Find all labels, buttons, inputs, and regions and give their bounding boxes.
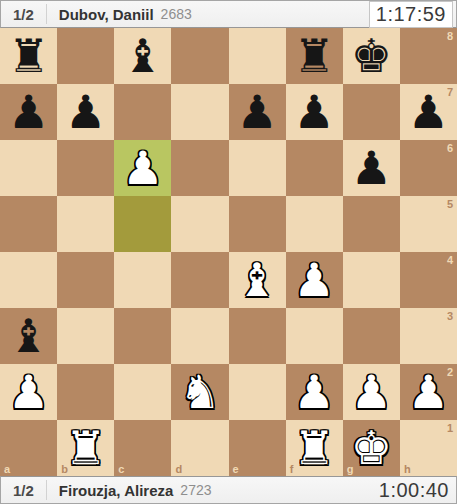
rank-label-1: 1 [447,422,453,434]
square-c4[interactable] [114,252,171,308]
square-a2[interactable]: ♟ [0,364,57,420]
square-h5[interactable]: 5 [400,196,457,252]
piece-black-rook[interactable]: ♜ [286,28,343,84]
piece-black-pawn[interactable]: ♟ [229,84,286,140]
square-h3[interactable]: 3 [400,308,457,364]
bar-divider [46,480,47,500]
piece-black-pawn[interactable]: ♟ [57,84,114,140]
square-g1[interactable]: ♚g [343,420,400,476]
bar-divider [46,4,47,24]
square-c6[interactable]: ♟ [114,140,171,196]
square-b7[interactable]: ♟ [57,84,114,140]
square-e5[interactable] [229,196,286,252]
piece-white-rook[interactable]: ♜ [286,420,343,476]
square-g7[interactable] [343,84,400,140]
player-name-top: Dubov, Daniil [59,6,154,23]
square-f6[interactable] [286,140,343,196]
piece-black-pawn[interactable]: ♟ [400,84,457,140]
square-h7[interactable]: ♟7 [400,84,457,140]
piece-black-king[interactable]: ♚ [343,28,400,84]
clock-top: 1:17:59 [369,1,453,28]
square-d8[interactable] [171,28,228,84]
square-c2[interactable] [114,364,171,420]
piece-white-bishop[interactable]: ♝ [229,252,286,308]
square-a7[interactable]: ♟ [0,84,57,140]
square-b4[interactable] [57,252,114,308]
piece-white-king[interactable]: ♚ [343,420,400,476]
file-label-c: c [118,463,124,475]
square-g4[interactable] [343,252,400,308]
chess-game-widget: 1/2 Dubov, Daniil 2683 1:17:59 ♜♝♜♚8♟♟♟♟… [0,0,457,504]
square-c3[interactable] [114,308,171,364]
player-bar-top: 1/2 Dubov, Daniil 2683 1:17:59 [0,0,457,28]
square-b5[interactable] [57,196,114,252]
square-f1[interactable]: ♜f [286,420,343,476]
square-a3[interactable]: ♝ [0,308,57,364]
square-b3[interactable] [57,308,114,364]
square-e2[interactable] [229,364,286,420]
square-h1[interactable]: 1h [400,420,457,476]
file-label-h: h [404,463,411,475]
square-g2[interactable]: ♟ [343,364,400,420]
square-a1[interactable]: a [0,420,57,476]
chess-board[interactable]: ♜♝♜♚8♟♟♟♟♟7♟♟65♝♟4♝3♟♞♟♟♟2a♜bcde♜f♚g1h [0,28,457,476]
square-f4[interactable]: ♟ [286,252,343,308]
square-f2[interactable]: ♟ [286,364,343,420]
square-h6[interactable]: 6 [400,140,457,196]
square-f3[interactable] [286,308,343,364]
square-d1[interactable]: d [171,420,228,476]
piece-white-rook[interactable]: ♜ [57,420,114,476]
square-d4[interactable] [171,252,228,308]
player-bar-bottom: 1/2 Firouzja, Alireza 2723 1:00:40 [0,476,457,504]
square-g6[interactable]: ♟ [343,140,400,196]
square-b2[interactable] [57,364,114,420]
square-g3[interactable] [343,308,400,364]
piece-white-pawn[interactable]: ♟ [0,364,57,420]
piece-white-knight[interactable]: ♞ [171,364,228,420]
square-a4[interactable] [0,252,57,308]
square-f8[interactable]: ♜ [286,28,343,84]
square-h8[interactable]: 8 [400,28,457,84]
player-rating-bottom: 2723 [180,482,211,498]
square-g8[interactable]: ♚ [343,28,400,84]
square-f7[interactable]: ♟ [286,84,343,140]
square-a6[interactable] [0,140,57,196]
square-d2[interactable]: ♞ [171,364,228,420]
square-c5[interactable] [114,196,171,252]
square-a5[interactable] [0,196,57,252]
square-b8[interactable] [57,28,114,84]
piece-white-pawn[interactable]: ♟ [114,140,171,196]
game-result-top: 1/2 [1,6,46,23]
player-name-bottom: Firouzja, Alireza [59,482,173,499]
square-d5[interactable] [171,196,228,252]
square-a8[interactable]: ♜ [0,28,57,84]
square-d7[interactable] [171,84,228,140]
rank-label-4: 4 [447,254,453,266]
piece-white-pawn[interactable]: ♟ [286,252,343,308]
square-b6[interactable] [57,140,114,196]
piece-black-bishop[interactable]: ♝ [114,28,171,84]
square-b1[interactable]: ♜b [57,420,114,476]
piece-white-pawn[interactable]: ♟ [343,364,400,420]
piece-white-pawn[interactable]: ♟ [400,364,457,420]
square-e6[interactable] [229,140,286,196]
square-f5[interactable] [286,196,343,252]
square-c1[interactable]: c [114,420,171,476]
square-e8[interactable] [229,28,286,84]
square-g5[interactable] [343,196,400,252]
rank-label-6: 6 [447,142,453,154]
player-rating-top: 2683 [161,6,192,22]
game-result-bottom: 1/2 [1,482,46,499]
file-label-a: a [4,463,10,475]
clock-bottom: 1:00:40 [372,479,456,502]
file-label-d: d [175,463,182,475]
rank-label-8: 8 [447,30,453,42]
square-e4[interactable]: ♝ [229,252,286,308]
square-h4[interactable]: 4 [400,252,457,308]
piece-white-pawn[interactable]: ♟ [286,364,343,420]
piece-black-bishop[interactable]: ♝ [0,308,57,364]
piece-black-pawn[interactable]: ♟ [343,140,400,196]
square-d6[interactable] [171,140,228,196]
square-e3[interactable] [229,308,286,364]
square-e7[interactable]: ♟ [229,84,286,140]
square-c8[interactable]: ♝ [114,28,171,84]
square-h2[interactable]: ♟2 [400,364,457,420]
piece-black-pawn[interactable]: ♟ [0,84,57,140]
rank-label-5: 5 [447,198,453,210]
square-e1[interactable]: e [229,420,286,476]
file-label-e: e [233,463,239,475]
piece-black-rook[interactable]: ♜ [0,28,57,84]
square-d3[interactable] [171,308,228,364]
rank-label-3: 3 [447,310,453,322]
square-c7[interactable] [114,84,171,140]
piece-black-pawn[interactable]: ♟ [286,84,343,140]
